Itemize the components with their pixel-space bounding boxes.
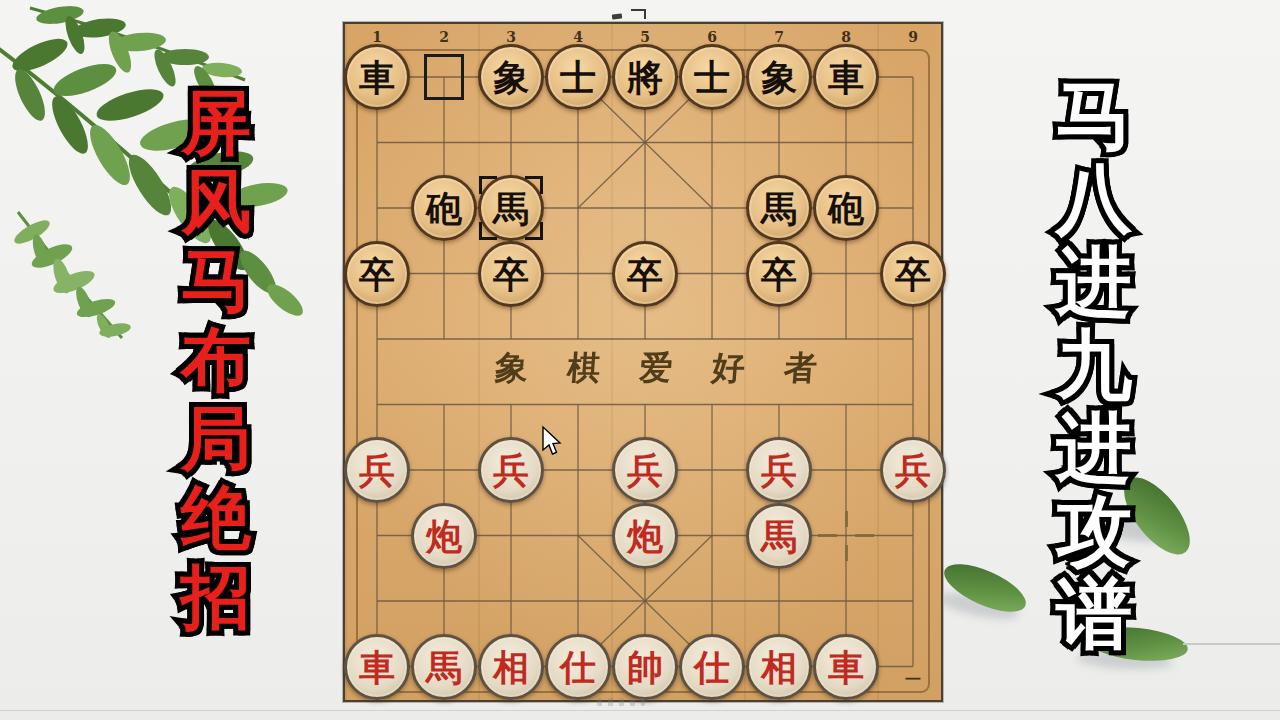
piece-red-horse[interactable]: 馬 (411, 634, 477, 700)
piece-red-chariot[interactable]: 車 (813, 634, 879, 700)
piece-red-horse[interactable]: 馬 (746, 503, 812, 569)
video-artifact (597, 698, 645, 706)
file-label-top: 3 (506, 29, 516, 45)
piece-black-horse[interactable]: 馬 (746, 175, 812, 241)
piece-black-soldier[interactable]: 卒 (880, 241, 946, 307)
file-label-top: 1 (372, 29, 382, 45)
caption-char: 风风 (160, 163, 272, 242)
background-table-line (1183, 643, 1280, 645)
mouse-cursor (541, 425, 563, 457)
caption-char: 谱谱 (1034, 572, 1154, 655)
piece-black-cannon[interactable]: 砲 (813, 175, 879, 241)
caption-char: 九九 (1034, 323, 1154, 406)
piece-red-cannon[interactable]: 炮 (411, 503, 477, 569)
last-move-bracket-marker (479, 176, 543, 240)
video-artifact (631, 9, 646, 19)
right-caption: 马马八八进进九九进进攻攻谱谱 (1034, 74, 1154, 655)
piece-black-cannon[interactable]: 砲 (411, 175, 477, 241)
piece-black-soldier[interactable]: 卒 (612, 241, 678, 307)
pieces-grid: 車象士將士象車砲馬馬砲卒卒卒卒卒兵兵兵兵兵炮炮馬車馬相仕帥仕相車 (344, 44, 947, 699)
caption-char: 进进 (1034, 406, 1154, 489)
file-label-top: 4 (573, 29, 583, 45)
piece-black-chariot[interactable]: 車 (813, 44, 879, 110)
piece-red-cannon[interactable]: 炮 (612, 503, 678, 569)
caption-char: 进进 (1034, 240, 1154, 323)
file-label-top: 2 (439, 29, 449, 45)
piece-black-advisor[interactable]: 士 (545, 44, 611, 110)
piece-red-elephant[interactable]: 相 (746, 634, 812, 700)
piece-red-soldier[interactable]: 兵 (344, 437, 410, 503)
piece-black-soldier[interactable]: 卒 (478, 241, 544, 307)
caption-char: 马马 (160, 242, 272, 321)
piece-black-advisor[interactable]: 士 (679, 44, 745, 110)
file-label-top: 7 (774, 29, 784, 45)
sprig-left (11, 212, 132, 340)
video-artifact (612, 13, 622, 19)
piece-red-soldier[interactable]: 兵 (612, 437, 678, 503)
caption-char: 绝绝 (160, 479, 272, 558)
piece-red-soldier[interactable]: 兵 (746, 437, 812, 503)
file-label-top: 9 (908, 29, 918, 45)
piece-black-chariot[interactable]: 車 (344, 44, 410, 110)
piece-black-soldier[interactable]: 卒 (344, 241, 410, 307)
file-label-top: 5 (640, 29, 650, 45)
piece-red-advisor[interactable]: 仕 (679, 634, 745, 700)
caption-char: 八八 (1034, 157, 1154, 240)
caption-char: 屏屏 (160, 84, 272, 163)
left-caption: 屏屏风风马马布布局局绝绝招招 (160, 84, 272, 637)
piece-red-advisor[interactable]: 仕 (545, 634, 611, 700)
file-label-top: 6 (707, 29, 717, 45)
piece-red-chariot[interactable]: 車 (344, 634, 410, 700)
background-edge-line (0, 710, 1280, 711)
piece-black-soldier[interactable]: 卒 (746, 241, 812, 307)
piece-black-general[interactable]: 將 (612, 44, 678, 110)
caption-char: 马马 (1034, 74, 1154, 157)
piece-black-elephant[interactable]: 象 (478, 44, 544, 110)
xiangqi-board[interactable]: 1 2 3 4 5 6 7 8 9 九 八 七 六 五 四 三 二 一 象 棋 … (343, 22, 943, 702)
caption-char: 局局 (160, 400, 272, 479)
piece-red-elephant[interactable]: 相 (478, 634, 544, 700)
move-origin-cross-marker (818, 511, 874, 561)
caption-char: 招招 (160, 558, 272, 637)
piece-red-soldier[interactable]: 兵 (880, 437, 946, 503)
piece-red-general[interactable]: 帥 (612, 634, 678, 700)
move-origin-square-marker (424, 54, 464, 100)
piece-black-elephant[interactable]: 象 (746, 44, 812, 110)
piece-red-soldier[interactable]: 兵 (478, 437, 544, 503)
file-label-top: 8 (841, 29, 851, 45)
leaf-near-board (935, 555, 1032, 625)
caption-char: 攻攻 (1034, 489, 1154, 572)
video-frame: 屏屏风风马马布布局局绝绝招招 马马八八进进九九进进攻攻谱谱 1 2 3 4 5 … (0, 0, 1280, 720)
caption-char: 布布 (160, 321, 272, 400)
